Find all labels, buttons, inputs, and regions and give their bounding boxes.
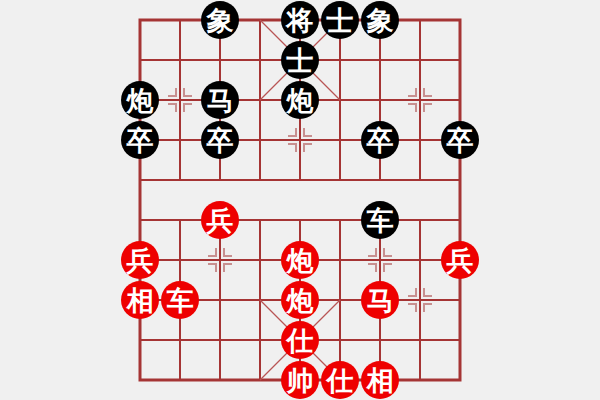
piece-red-elephant[interactable]: 相 [361,361,399,399]
xiangqi-board-area: 象将士象士炮马炮卒卒卒卒车兵兵炮兵相车炮马仕帅仕相 [0,0,600,400]
piece-red-advisor[interactable]: 仕 [321,361,359,399]
piece-black-soldier[interactable]: 卒 [361,121,399,159]
piece-red-elephant[interactable]: 相 [121,281,159,319]
piece-red-soldier[interactable]: 兵 [121,241,159,279]
piece-red-general[interactable]: 帅 [281,361,319,399]
piece-red-cannon[interactable]: 炮 [281,281,319,319]
piece-black-soldier[interactable]: 卒 [201,121,239,159]
piece-red-horse[interactable]: 马 [361,281,399,319]
piece-red-soldier[interactable]: 兵 [201,201,239,239]
piece-black-elephant[interactable]: 象 [361,1,399,39]
piece-black-advisor[interactable]: 士 [281,41,319,79]
piece-black-soldier[interactable]: 卒 [121,121,159,159]
piece-red-cannon[interactable]: 炮 [281,241,319,279]
piece-grid: 象将士象士炮马炮卒卒卒卒车兵兵炮兵相车炮马仕帅仕相 [120,0,480,400]
piece-black-horse[interactable]: 马 [201,81,239,119]
piece-red-chariot[interactable]: 车 [161,281,199,319]
piece-black-advisor[interactable]: 士 [321,1,359,39]
piece-red-soldier[interactable]: 兵 [441,241,479,279]
piece-black-cannon[interactable]: 炮 [281,81,319,119]
piece-black-cannon[interactable]: 炮 [121,81,159,119]
piece-red-advisor[interactable]: 仕 [281,321,319,359]
piece-black-general[interactable]: 将 [281,1,319,39]
piece-black-chariot[interactable]: 车 [361,201,399,239]
piece-black-elephant[interactable]: 象 [201,1,239,39]
piece-black-soldier[interactable]: 卒 [441,121,479,159]
